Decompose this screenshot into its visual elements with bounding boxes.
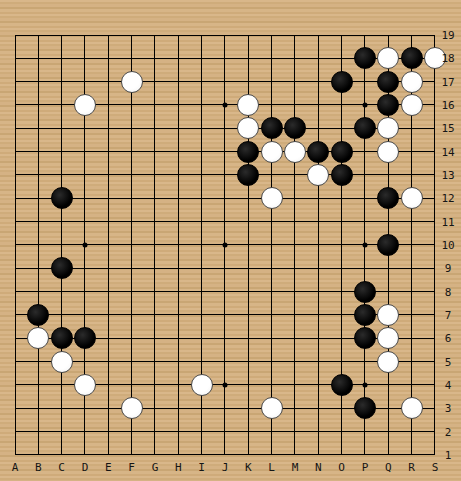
row-label: 2 xyxy=(445,425,452,438)
black-stone xyxy=(307,141,329,163)
row-label: 4 xyxy=(445,378,452,391)
white-stone xyxy=(237,117,259,139)
white-stone xyxy=(27,327,49,349)
grid-line-vertical xyxy=(294,35,295,455)
column-label: S xyxy=(432,461,439,474)
black-stone xyxy=(331,141,353,163)
black-stone xyxy=(51,187,73,209)
white-stone xyxy=(51,351,73,373)
black-stone xyxy=(354,47,376,69)
white-stone xyxy=(261,141,283,163)
row-label: 15 xyxy=(441,122,454,135)
column-label: R xyxy=(408,461,415,474)
row-label: 9 xyxy=(445,262,452,275)
white-stone xyxy=(74,374,96,396)
black-stone xyxy=(354,117,376,139)
column-label: E xyxy=(105,461,112,474)
row-label: 10 xyxy=(441,238,454,251)
row-label: 18 xyxy=(441,52,454,65)
grid-line-vertical xyxy=(434,35,435,455)
grid-line-horizontal xyxy=(15,268,435,269)
row-label: 19 xyxy=(441,29,454,42)
star-point xyxy=(222,242,227,247)
white-stone xyxy=(121,71,143,93)
row-label: 16 xyxy=(441,98,454,111)
column-label: D xyxy=(82,461,89,474)
white-stone xyxy=(261,187,283,209)
column-label: F xyxy=(128,461,135,474)
black-stone xyxy=(377,71,399,93)
column-label: O xyxy=(338,461,345,474)
go-board[interactable]: ABCDEFGHIJKLMNOPQRS191817161514131211109… xyxy=(0,0,461,481)
column-label: H xyxy=(175,461,182,474)
column-label: A xyxy=(12,461,19,474)
black-stone xyxy=(331,164,353,186)
black-stone xyxy=(377,187,399,209)
column-label: M xyxy=(292,461,299,474)
black-stone xyxy=(51,327,73,349)
white-stone xyxy=(377,141,399,163)
white-stone xyxy=(401,187,423,209)
white-stone xyxy=(401,397,423,419)
column-label: B xyxy=(35,461,42,474)
row-label: 7 xyxy=(445,308,452,321)
row-label: 11 xyxy=(441,215,454,228)
white-stone xyxy=(377,117,399,139)
white-stone xyxy=(401,94,423,116)
column-label: K xyxy=(245,461,252,474)
black-stone xyxy=(377,234,399,256)
grid-line-horizontal xyxy=(15,454,435,455)
star-point xyxy=(82,242,87,247)
go-diagram: ABCDEFGHIJKLMNOPQRS191817161514131211109… xyxy=(0,0,461,481)
black-stone xyxy=(27,304,49,326)
black-stone xyxy=(261,117,283,139)
white-stone xyxy=(237,94,259,116)
star-point xyxy=(362,102,367,107)
white-stone xyxy=(121,397,143,419)
row-label: 14 xyxy=(441,145,454,158)
white-stone xyxy=(74,94,96,116)
star-point xyxy=(362,382,367,387)
black-stone xyxy=(237,141,259,163)
black-stone xyxy=(377,94,399,116)
black-stone xyxy=(331,71,353,93)
black-stone xyxy=(354,327,376,349)
star-point xyxy=(222,382,227,387)
black-stone xyxy=(354,397,376,419)
black-stone xyxy=(354,281,376,303)
column-label: N xyxy=(315,461,322,474)
row-label: 3 xyxy=(445,402,452,415)
white-stone xyxy=(191,374,213,396)
white-stone xyxy=(261,397,283,419)
row-label: 12 xyxy=(441,192,454,205)
row-label: 13 xyxy=(441,168,454,181)
row-label: 6 xyxy=(445,332,452,345)
row-label: 17 xyxy=(441,75,454,88)
grid-line-vertical xyxy=(318,35,319,455)
column-label: J xyxy=(222,461,229,474)
white-stone xyxy=(377,47,399,69)
grid-line-horizontal xyxy=(15,431,435,432)
white-stone xyxy=(284,141,306,163)
row-label: 8 xyxy=(445,285,452,298)
black-stone xyxy=(51,257,73,279)
column-label: Q xyxy=(385,461,392,474)
black-stone xyxy=(331,374,353,396)
grid-line-vertical xyxy=(271,35,272,455)
column-label: I xyxy=(198,461,205,474)
column-label: G xyxy=(152,461,159,474)
star-point xyxy=(222,102,227,107)
white-stone xyxy=(307,164,329,186)
black-stone xyxy=(284,117,306,139)
white-stone xyxy=(401,71,423,93)
star-point xyxy=(362,242,367,247)
row-label: 5 xyxy=(445,355,452,368)
column-label: C xyxy=(58,461,65,474)
black-stone xyxy=(354,304,376,326)
white-stone xyxy=(377,327,399,349)
column-label: P xyxy=(362,461,369,474)
white-stone xyxy=(377,351,399,373)
black-stone xyxy=(237,164,259,186)
black-stone xyxy=(401,47,423,69)
black-stone xyxy=(74,327,96,349)
column-label: L xyxy=(268,461,275,474)
grid-line-horizontal xyxy=(15,361,435,362)
white-stone xyxy=(377,304,399,326)
row-label: 1 xyxy=(445,448,452,461)
